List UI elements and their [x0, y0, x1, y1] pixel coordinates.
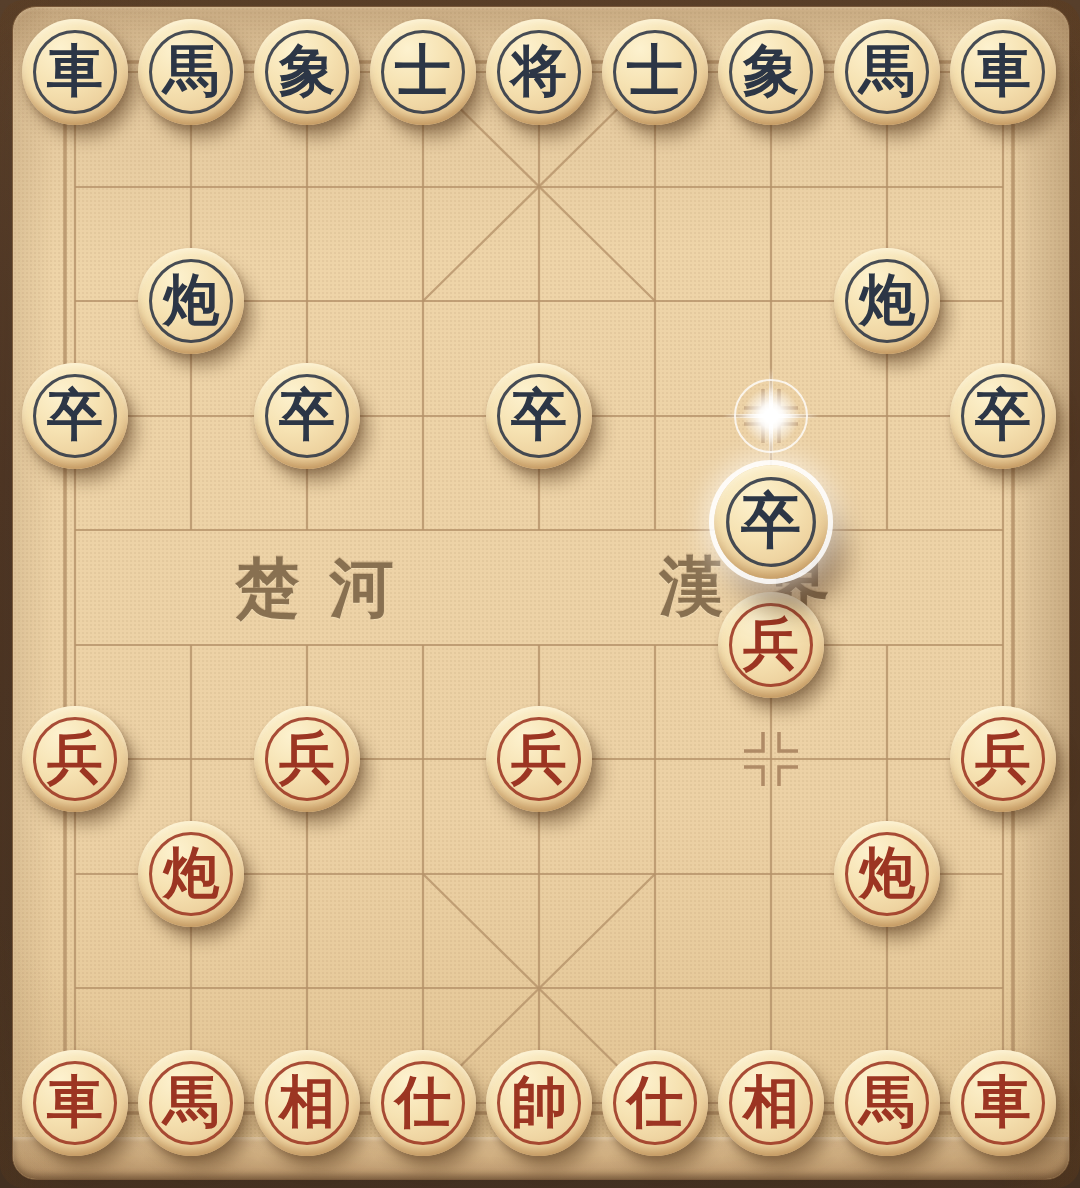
piece-character: 仕	[627, 1073, 683, 1129]
piece-red-horse-right[interactable]: 馬	[834, 1050, 940, 1156]
piece-black-pawn-i[interactable]: 卒	[950, 363, 1056, 469]
piece-character: 炮	[163, 844, 219, 900]
piece-character: 車	[975, 1073, 1031, 1129]
piece-black-horse-right[interactable]: 馬	[834, 19, 940, 125]
piece-red-elephant-left[interactable]: 相	[254, 1050, 360, 1156]
piece-character: 兵	[47, 729, 103, 785]
piece-red-advisor-left[interactable]: 仕	[370, 1050, 476, 1156]
piece-character: 将	[511, 42, 567, 98]
piece-black-pawn-e[interactable]: 卒	[486, 363, 592, 469]
piece-black-horse-left[interactable]: 馬	[138, 19, 244, 125]
piece-character: 馬	[163, 42, 219, 98]
piece-black-elephant-right[interactable]: 象	[718, 19, 824, 125]
piece-character: 炮	[859, 844, 915, 900]
piece-character: 馬	[163, 1073, 219, 1129]
piece-red-pawn-a[interactable]: 兵	[22, 706, 128, 812]
piece-character: 車	[47, 1073, 103, 1129]
piece-red-advisor-right[interactable]: 仕	[602, 1050, 708, 1156]
piece-character: 馬	[859, 42, 915, 98]
piece-character: 卒	[741, 490, 801, 550]
piece-black-cannon-right[interactable]: 炮	[834, 248, 940, 354]
piece-red-pawn-g-advanced[interactable]: 兵	[718, 592, 824, 698]
piece-red-elephant-right[interactable]: 相	[718, 1050, 824, 1156]
xiangqi-app: 楚河 漢界 車馬象士将士象馬車炮炮卒卒卒卒卒兵兵兵兵兵炮炮車馬相仕帥仕相馬車	[0, 0, 1080, 1188]
piece-character: 卒	[975, 386, 1031, 442]
piece-character: 車	[975, 42, 1031, 98]
piece-character: 相	[743, 1073, 799, 1129]
piece-character: 兵	[279, 729, 335, 785]
piece-red-pawn-i[interactable]: 兵	[950, 706, 1056, 812]
piece-black-elephant-left[interactable]: 象	[254, 19, 360, 125]
piece-character: 卒	[279, 386, 335, 442]
piece-character: 相	[279, 1073, 335, 1129]
piece-red-cannon-right[interactable]: 炮	[834, 821, 940, 927]
piece-red-general[interactable]: 帥	[486, 1050, 592, 1156]
piece-black-advisor-left[interactable]: 士	[370, 19, 476, 125]
piece-red-chariot-right[interactable]: 車	[950, 1050, 1056, 1156]
piece-character: 象	[279, 42, 335, 98]
piece-black-pawn-g-moving[interactable]: 卒	[714, 465, 827, 578]
river-label-left: 楚河	[221, 545, 424, 632]
piece-red-chariot-left[interactable]: 車	[22, 1050, 128, 1156]
piece-character: 卒	[511, 386, 567, 442]
piece-black-general[interactable]: 将	[486, 19, 592, 125]
piece-character: 兵	[743, 615, 799, 671]
piece-black-advisor-right[interactable]: 士	[602, 19, 708, 125]
piece-red-horse-left[interactable]: 馬	[138, 1050, 244, 1156]
piece-black-cannon-left[interactable]: 炮	[138, 248, 244, 354]
board-grid	[0, 0, 1080, 1188]
piece-black-chariot-right[interactable]: 車	[950, 19, 1056, 125]
piece-red-pawn-e[interactable]: 兵	[486, 706, 592, 812]
piece-character: 炮	[163, 271, 219, 327]
piece-character: 帥	[511, 1073, 567, 1129]
piece-red-pawn-c[interactable]: 兵	[254, 706, 360, 812]
piece-character: 象	[743, 42, 799, 98]
piece-character: 卒	[47, 386, 103, 442]
piece-character: 士	[395, 42, 451, 98]
piece-character: 仕	[395, 1073, 451, 1129]
piece-character: 馬	[859, 1073, 915, 1129]
piece-character: 炮	[859, 271, 915, 327]
piece-black-pawn-c[interactable]: 卒	[254, 363, 360, 469]
piece-red-cannon-left[interactable]: 炮	[138, 821, 244, 927]
piece-character: 車	[47, 42, 103, 98]
piece-character: 兵	[511, 729, 567, 785]
piece-character: 士	[627, 42, 683, 98]
piece-black-chariot-left[interactable]: 車	[22, 19, 128, 125]
piece-black-pawn-a[interactable]: 卒	[22, 363, 128, 469]
piece-character: 兵	[975, 729, 1031, 785]
